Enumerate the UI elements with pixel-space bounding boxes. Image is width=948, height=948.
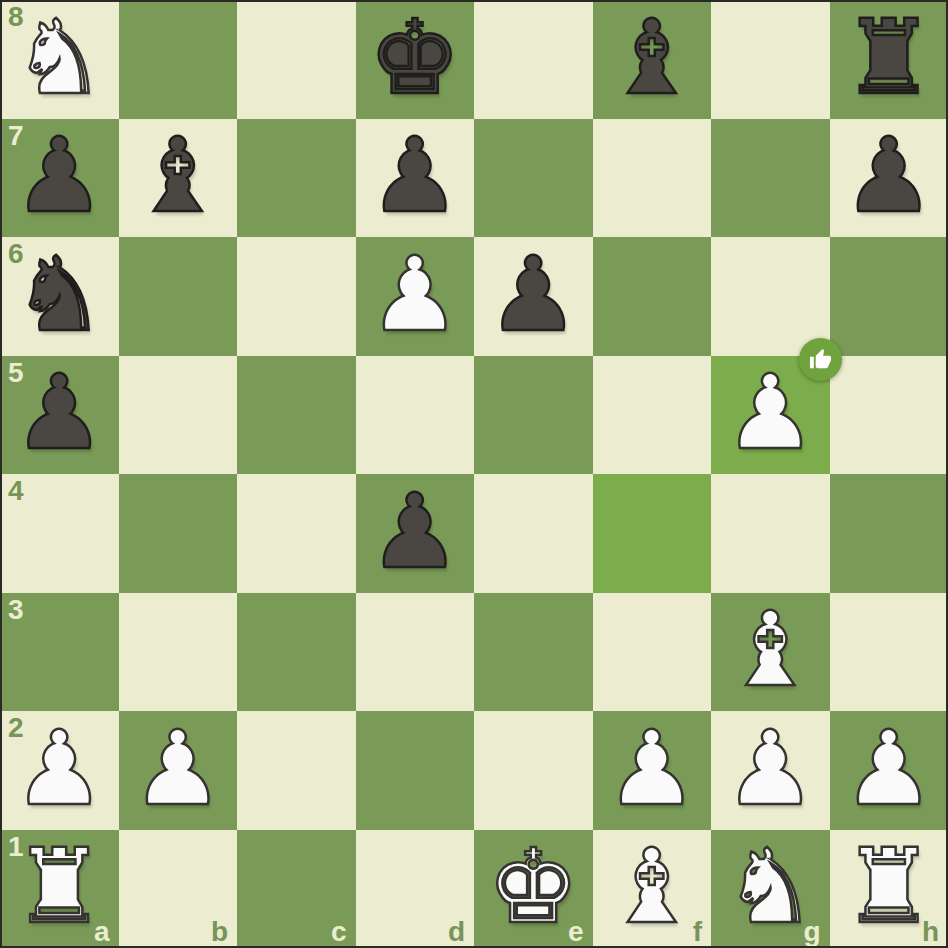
black-bishop-piece[interactable]: ♝ (606, 6, 698, 113)
square-b6[interactable] (119, 237, 238, 356)
square-g7[interactable] (711, 119, 830, 238)
white-pawn-piece[interactable]: ♟ (132, 717, 224, 824)
rank-label-3: 3 (8, 595, 24, 626)
square-h6[interactable] (830, 237, 948, 356)
chess-board: 8♞♚♝♜7♟♝♟♟6♞♟♟5♟♟4♟3♝2♟♟♟♟♟1a♜bcde♚f♝g♞h… (0, 0, 948, 948)
white-pawn-piece[interactable]: ♟ (724, 717, 816, 824)
square-h2[interactable]: ♟ (830, 711, 948, 830)
square-g1[interactable]: g♞ (711, 830, 830, 948)
square-h8[interactable]: ♜ (830, 0, 948, 119)
square-d4[interactable]: ♟ (356, 474, 475, 593)
square-c2[interactable] (237, 711, 356, 830)
square-c3[interactable] (237, 593, 356, 712)
square-f8[interactable]: ♝ (593, 0, 712, 119)
square-d5[interactable] (356, 356, 475, 475)
square-h3[interactable] (830, 593, 948, 712)
white-bishop-piece[interactable]: ♝ (724, 598, 816, 705)
square-a6[interactable]: 6♞ (0, 237, 119, 356)
square-d3[interactable] (356, 593, 475, 712)
white-pawn-piece[interactable]: ♟ (13, 717, 105, 824)
black-rook-piece[interactable]: ♜ (843, 6, 935, 113)
black-knight-piece[interactable]: ♞ (13, 243, 105, 350)
square-c1[interactable]: c (237, 830, 356, 948)
square-e7[interactable] (474, 119, 593, 238)
black-pawn-piece[interactable]: ♟ (369, 124, 461, 231)
square-g8[interactable] (711, 0, 830, 119)
square-a1[interactable]: 1a♜ (0, 830, 119, 948)
move-feedback-badge (799, 338, 842, 381)
black-bishop-piece[interactable]: ♝ (132, 124, 224, 231)
square-g2[interactable]: ♟ (711, 711, 830, 830)
square-e3[interactable] (474, 593, 593, 712)
square-f5[interactable] (593, 356, 712, 475)
thumbs-up-icon (809, 348, 832, 371)
square-e5[interactable] (474, 356, 593, 475)
white-knight-piece[interactable]: ♞ (13, 6, 105, 113)
square-b5[interactable] (119, 356, 238, 475)
black-pawn-piece[interactable]: ♟ (487, 243, 579, 350)
white-rook-piece[interactable]: ♜ (13, 835, 105, 942)
square-c8[interactable] (237, 0, 356, 119)
square-b7[interactable]: ♝ (119, 119, 238, 238)
white-bishop-piece[interactable]: ♝ (606, 835, 698, 942)
square-d2[interactable] (356, 711, 475, 830)
square-h1[interactable]: h♜ (830, 830, 948, 948)
black-pawn-piece[interactable]: ♟ (13, 124, 105, 231)
square-f4[interactable] (593, 474, 712, 593)
square-d6[interactable]: ♟ (356, 237, 475, 356)
square-a5[interactable]: 5♟ (0, 356, 119, 475)
square-f1[interactable]: f♝ (593, 830, 712, 948)
square-a2[interactable]: 2♟ (0, 711, 119, 830)
square-b1[interactable]: b (119, 830, 238, 948)
white-pawn-piece[interactable]: ♟ (843, 717, 935, 824)
square-h5[interactable] (830, 356, 948, 475)
white-pawn-piece[interactable]: ♟ (724, 361, 816, 468)
file-label-c: c (331, 917, 347, 948)
square-h4[interactable] (830, 474, 948, 593)
square-b3[interactable] (119, 593, 238, 712)
black-pawn-piece[interactable]: ♟ (843, 124, 935, 231)
file-label-d: d (448, 917, 465, 948)
square-b8[interactable] (119, 0, 238, 119)
white-pawn-piece[interactable]: ♟ (369, 243, 461, 350)
square-b4[interactable] (119, 474, 238, 593)
square-g4[interactable] (711, 474, 830, 593)
square-c7[interactable] (237, 119, 356, 238)
square-g6[interactable] (711, 237, 830, 356)
square-f3[interactable] (593, 593, 712, 712)
square-e4[interactable] (474, 474, 593, 593)
black-pawn-piece[interactable]: ♟ (13, 361, 105, 468)
square-g3[interactable]: ♝ (711, 593, 830, 712)
square-e6[interactable]: ♟ (474, 237, 593, 356)
file-label-b: b (211, 917, 228, 948)
square-a3[interactable]: 3 (0, 593, 119, 712)
square-e1[interactable]: e♚ (474, 830, 593, 948)
square-f7[interactable] (593, 119, 712, 238)
square-c4[interactable] (237, 474, 356, 593)
square-c6[interactable] (237, 237, 356, 356)
black-king-piece[interactable]: ♚ (369, 6, 461, 113)
square-a4[interactable]: 4 (0, 474, 119, 593)
square-d7[interactable]: ♟ (356, 119, 475, 238)
square-b2[interactable]: ♟ (119, 711, 238, 830)
square-f2[interactable]: ♟ (593, 711, 712, 830)
square-h7[interactable]: ♟ (830, 119, 948, 238)
white-rook-piece[interactable]: ♜ (843, 835, 935, 942)
white-knight-piece[interactable]: ♞ (724, 835, 816, 942)
black-pawn-piece[interactable]: ♟ (369, 480, 461, 587)
square-e8[interactable] (474, 0, 593, 119)
square-f6[interactable] (593, 237, 712, 356)
square-c5[interactable] (237, 356, 356, 475)
rank-label-4: 4 (8, 476, 24, 507)
square-a7[interactable]: 7♟ (0, 119, 119, 238)
square-a8[interactable]: 8♞ (0, 0, 119, 119)
white-pawn-piece[interactable]: ♟ (606, 717, 698, 824)
white-king-piece[interactable]: ♚ (487, 835, 579, 942)
square-d1[interactable]: d (356, 830, 475, 948)
square-e2[interactable] (474, 711, 593, 830)
square-d8[interactable]: ♚ (356, 0, 475, 119)
